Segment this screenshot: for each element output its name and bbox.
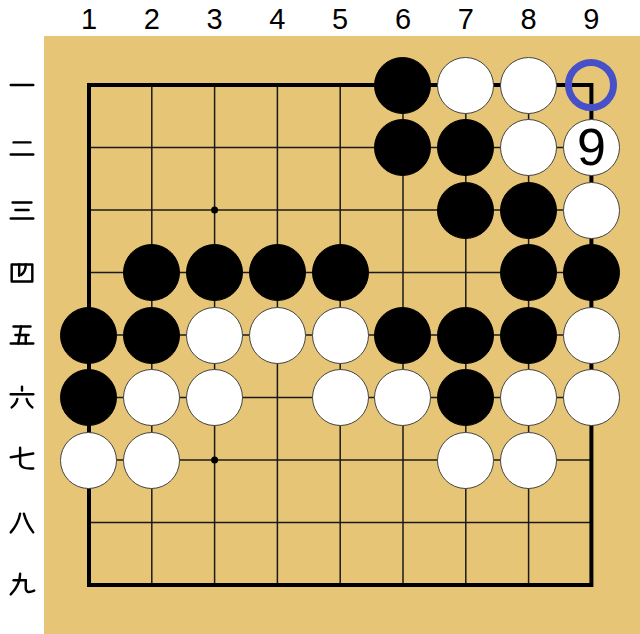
intersection-6-6[interactable] xyxy=(372,366,435,429)
column-label-3: 3 xyxy=(183,0,246,36)
column-label-6: 6 xyxy=(372,0,435,36)
row-label-6 xyxy=(0,366,44,429)
white-stone xyxy=(500,432,557,489)
black-stone xyxy=(374,57,431,114)
move-number-label: 9 xyxy=(577,121,606,173)
intersection-7-5[interactable] xyxy=(434,304,497,367)
black-stone xyxy=(437,369,494,426)
intersection-9-1[interactable] xyxy=(560,54,623,117)
black-stone xyxy=(437,307,494,364)
intersection-6-5[interactable] xyxy=(372,304,435,367)
intersection-9-8[interactable] xyxy=(560,491,623,554)
intersection-7-7[interactable] xyxy=(434,429,497,492)
row-label-9 xyxy=(0,554,44,617)
blue-circle-marker xyxy=(565,59,617,111)
white-stone xyxy=(186,307,243,364)
intersection-8-5[interactable] xyxy=(497,304,560,367)
intersection-5-8[interactable] xyxy=(309,491,372,554)
intersection-6-9[interactable] xyxy=(372,554,435,617)
intersection-8-9[interactable] xyxy=(497,554,560,617)
white-stone xyxy=(437,57,494,114)
intersection-4-6[interactable] xyxy=(246,366,309,429)
row-label-5 xyxy=(0,304,44,367)
white-stone xyxy=(312,369,369,426)
intersection-8-1[interactable] xyxy=(497,54,560,117)
black-stone xyxy=(249,244,306,301)
intersection-7-1[interactable] xyxy=(434,54,497,117)
intersection-8-7[interactable] xyxy=(497,429,560,492)
intersection-3-2[interactable] xyxy=(183,116,246,179)
white-stone xyxy=(186,369,243,426)
black-stone xyxy=(500,182,557,239)
column-label-5: 5 xyxy=(309,0,372,36)
intersection-3-9[interactable] xyxy=(183,554,246,617)
intersection-6-2[interactable] xyxy=(372,116,435,179)
intersection-7-6[interactable] xyxy=(434,366,497,429)
white-stone xyxy=(123,369,180,426)
intersection-4-1[interactable] xyxy=(246,54,309,117)
black-stone xyxy=(563,244,620,301)
column-label-4: 4 xyxy=(246,0,309,36)
intersection-8-2[interactable] xyxy=(497,116,560,179)
intersection-5-4[interactable] xyxy=(309,241,372,304)
intersection-1-5[interactable] xyxy=(58,304,121,367)
white-stone xyxy=(563,369,620,426)
intersection-8-8[interactable] xyxy=(497,491,560,554)
intersection-6-8[interactable] xyxy=(372,491,435,554)
intersection-4-4[interactable] xyxy=(246,241,309,304)
intersection-5-2[interactable] xyxy=(309,116,372,179)
intersection-6-1[interactable] xyxy=(372,54,435,117)
intersection-2-9[interactable] xyxy=(120,554,183,617)
intersection-4-3[interactable] xyxy=(246,179,309,242)
intersection-5-5[interactable] xyxy=(309,304,372,367)
white-stone xyxy=(500,369,557,426)
intersection-4-9[interactable] xyxy=(246,554,309,617)
intersection-3-8[interactable] xyxy=(183,491,246,554)
intersection-3-4[interactable] xyxy=(183,241,246,304)
white-stone xyxy=(563,307,620,364)
black-stone xyxy=(123,307,180,364)
intersection-6-3[interactable] xyxy=(372,179,435,242)
white-stone: 9 xyxy=(563,119,620,176)
column-label-2: 2 xyxy=(120,0,183,36)
black-stone xyxy=(500,307,557,364)
intersection-2-6[interactable] xyxy=(120,366,183,429)
intersection-4-2[interactable] xyxy=(246,116,309,179)
intersection-7-4[interactable] xyxy=(434,241,497,304)
black-stone xyxy=(374,307,431,364)
row-label-8 xyxy=(0,491,44,554)
black-stone xyxy=(437,119,494,176)
intersection-2-3[interactable] xyxy=(120,179,183,242)
intersection-1-7[interactable] xyxy=(58,429,121,492)
intersection-5-3[interactable] xyxy=(309,179,372,242)
black-stone xyxy=(60,369,117,426)
intersection-5-1[interactable] xyxy=(309,54,372,117)
white-stone xyxy=(312,307,369,364)
stones-grid: 9 xyxy=(58,54,623,617)
row-label-1 xyxy=(0,54,44,117)
intersection-1-4[interactable] xyxy=(58,241,121,304)
white-stone xyxy=(249,307,306,364)
row-label-3 xyxy=(0,179,44,242)
white-stone xyxy=(500,57,557,114)
intersection-7-3[interactable] xyxy=(434,179,497,242)
intersection-2-4[interactable] xyxy=(120,241,183,304)
intersection-1-6[interactable] xyxy=(58,366,121,429)
black-stone xyxy=(500,244,557,301)
intersection-1-3[interactable] xyxy=(58,179,121,242)
white-stone xyxy=(374,369,431,426)
row-labels xyxy=(0,54,44,617)
intersection-1-1[interactable] xyxy=(58,54,121,117)
intersection-4-5[interactable] xyxy=(246,304,309,367)
row-label-7 xyxy=(0,429,44,492)
white-stone xyxy=(60,432,117,489)
intersection-6-7[interactable] xyxy=(372,429,435,492)
intersection-9-9[interactable] xyxy=(560,554,623,617)
black-stone xyxy=(123,244,180,301)
intersection-2-5[interactable] xyxy=(120,304,183,367)
black-stone xyxy=(374,119,431,176)
intersection-9-7[interactable] xyxy=(560,429,623,492)
go-diagram: 123456789 9 xyxy=(0,0,640,634)
intersection-1-9[interactable] xyxy=(58,554,121,617)
intersection-7-2[interactable] xyxy=(434,116,497,179)
intersection-5-7[interactable] xyxy=(309,429,372,492)
white-stone xyxy=(500,119,557,176)
intersection-4-7[interactable] xyxy=(246,429,309,492)
intersection-6-4[interactable] xyxy=(372,241,435,304)
intersection-9-4[interactable] xyxy=(560,241,623,304)
column-label-1: 1 xyxy=(58,0,121,36)
white-stone xyxy=(563,182,620,239)
column-labels: 123456789 xyxy=(58,0,623,36)
intersection-9-6[interactable] xyxy=(560,366,623,429)
black-stone xyxy=(312,244,369,301)
intersection-2-1[interactable] xyxy=(120,54,183,117)
intersection-2-8[interactable] xyxy=(120,491,183,554)
row-label-2 xyxy=(0,116,44,179)
intersection-1-8[interactable] xyxy=(58,491,121,554)
column-label-9: 9 xyxy=(560,0,623,36)
intersection-9-3[interactable] xyxy=(560,179,623,242)
intersection-7-8[interactable] xyxy=(434,491,497,554)
intersection-3-3[interactable] xyxy=(183,179,246,242)
intersection-1-2[interactable] xyxy=(58,116,121,179)
black-stone xyxy=(437,182,494,239)
intersection-3-1[interactable] xyxy=(183,54,246,117)
intersection-2-7[interactable] xyxy=(120,429,183,492)
intersection-7-9[interactable] xyxy=(434,554,497,617)
row-label-4 xyxy=(0,241,44,304)
intersection-9-5[interactable] xyxy=(560,304,623,367)
column-label-8: 8 xyxy=(497,0,560,36)
black-stone xyxy=(60,307,117,364)
intersection-5-9[interactable] xyxy=(309,554,372,617)
intersection-3-7[interactable] xyxy=(183,429,246,492)
intersection-2-2[interactable] xyxy=(120,116,183,179)
intersection-8-3[interactable] xyxy=(497,179,560,242)
white-stone xyxy=(123,432,180,489)
black-stone xyxy=(186,244,243,301)
intersection-3-5[interactable] xyxy=(183,304,246,367)
column-label-7: 7 xyxy=(434,0,497,36)
intersection-9-2[interactable]: 9 xyxy=(560,116,623,179)
go-board: 9 xyxy=(44,36,640,634)
intersection-8-6[interactable] xyxy=(497,366,560,429)
intersection-8-4[interactable] xyxy=(497,241,560,304)
intersection-3-6[interactable] xyxy=(183,366,246,429)
intersection-4-8[interactable] xyxy=(246,491,309,554)
white-stone xyxy=(437,432,494,489)
intersection-5-6[interactable] xyxy=(309,366,372,429)
